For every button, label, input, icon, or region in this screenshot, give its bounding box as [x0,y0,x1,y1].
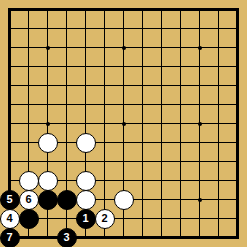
stone-black-move-7: 7 [0,228,20,247]
grid-line-horizontal [8,218,239,219]
star-point [198,198,202,202]
grid-line-vertical [236,8,239,239]
stone-black-move-5: 5 [0,190,20,210]
star-point [198,122,202,126]
stone-black-move-1: 1 [76,209,96,229]
star-point [122,122,126,126]
star-point [46,122,50,126]
stone-white [76,171,96,191]
go-board: 5641273 [0,0,247,247]
star-point [122,46,126,50]
grid-line-vertical [142,8,143,239]
stone-white [76,190,96,210]
stone-white-move-4: 4 [0,209,20,229]
stone-white-move-2: 2 [95,209,115,229]
stone-white [114,190,134,210]
stone-white [38,133,58,153]
stone-white [19,171,39,191]
stone-white [38,171,58,191]
stone-black [19,209,39,229]
stone-white-move-6: 6 [19,190,39,210]
grid-line-vertical [161,8,162,239]
grid-line-vertical [180,8,181,239]
grid-line-horizontal [8,161,239,162]
stone-black-move-3: 3 [57,228,77,247]
star-point [46,46,50,50]
go-diagram: 5641273 [0,0,247,247]
star-point [198,46,202,50]
grid-line-vertical [218,8,219,239]
grid-line-horizontal [8,236,239,239]
stone-black [38,190,58,210]
stone-black [57,190,77,210]
stone-white [76,133,96,153]
